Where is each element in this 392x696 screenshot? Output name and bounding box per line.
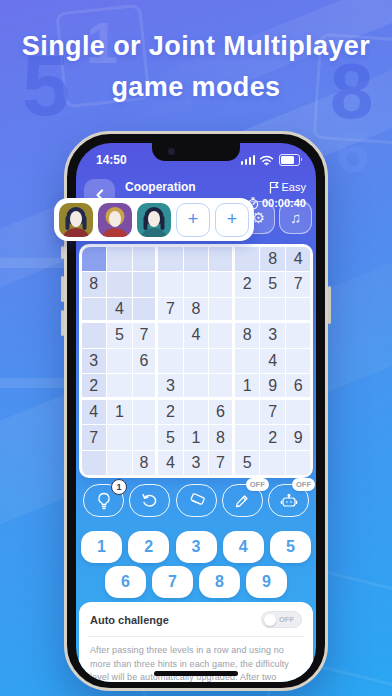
invite-player-button-2[interactable]: +: [215, 203, 249, 237]
sudoku-cell-r5c8[interactable]: 4: [260, 349, 285, 374]
sudoku-cell-r6c8[interactable]: 9: [260, 374, 285, 399]
sudoku-cell-r8c6[interactable]: 8: [209, 425, 234, 450]
sudoku-cell-r8c5[interactable]: 1: [184, 425, 209, 450]
player-avatars: [59, 203, 171, 237]
sudoku-cell-r8c9[interactable]: 9: [286, 425, 311, 450]
power-button: [328, 286, 331, 324]
sudoku-cell-r4c7[interactable]: 8: [235, 323, 260, 348]
bg-digit: 6: [336, 122, 369, 182]
sudoku-cell-r4c4[interactable]: [158, 323, 183, 348]
sudoku-cell-r7c8[interactable]: 7: [260, 400, 285, 425]
sudoku-cell-r1c7[interactable]: [235, 247, 260, 272]
sudoku-cell-r4c3[interactable]: 7: [133, 323, 158, 348]
sudoku-cell-r8c4[interactable]: 5: [158, 425, 183, 450]
divider: [88, 636, 304, 637]
hint-count-badge: 1: [111, 479, 127, 495]
sudoku-cell-r7c5[interactable]: [184, 400, 209, 425]
sudoku-cell-r6c7[interactable]: 1: [235, 374, 260, 399]
sudoku-cell-r5c6[interactable]: [209, 349, 234, 374]
flag-icon: [269, 181, 279, 194]
sudoku-cell-r7c3[interactable]: [133, 400, 158, 425]
mode-title: Cooperation: [125, 179, 247, 195]
sudoku-cell-r9c5[interactable]: 3: [184, 451, 209, 476]
player-1-avatar[interactable]: [59, 203, 93, 237]
num-button-4[interactable]: 4: [223, 531, 264, 563]
sudoku-cell-r4c5[interactable]: 4: [184, 323, 209, 348]
toolbar: 1 OFF OFF: [83, 484, 309, 517]
sudoku-cell-r3c2[interactable]: 4: [107, 298, 132, 323]
sudoku-cell-r1c1[interactable]: [82, 247, 107, 272]
music-note-icon: ♫: [290, 209, 301, 226]
sudoku-cell-r1c4[interactable]: [158, 247, 183, 272]
sudoku-cell-r1c3[interactable]: [133, 247, 158, 272]
sudoku-board: 84825747857483364231964126775182984375: [79, 244, 313, 478]
signal-icon: [241, 155, 256, 165]
sudoku-cell-r8c8[interactable]: 2: [260, 425, 285, 450]
sudoku-cell-r2c9[interactable]: 7: [286, 272, 311, 297]
sudoku-cell-r7c4[interactable]: 2: [158, 400, 183, 425]
robot-icon: [280, 493, 298, 509]
sudoku-cell-r7c7[interactable]: [235, 400, 260, 425]
eraser-icon: [188, 493, 205, 508]
eraser-button[interactable]: [176, 484, 217, 517]
num-button-7[interactable]: 7: [152, 566, 193, 598]
sudoku-grid: 84825747857483364231964126775182984375: [82, 247, 311, 476]
mute-switch: [61, 246, 64, 259]
sudoku-cell-r7c6[interactable]: 6: [209, 400, 234, 425]
invite-player-button[interactable]: +: [176, 203, 210, 237]
num-button-5[interactable]: 5: [270, 531, 311, 563]
sudoku-cell-r3c3[interactable]: [133, 298, 158, 323]
sudoku-cell-r9c6[interactable]: 7: [209, 451, 234, 476]
page-background: 1 5 8 6 Single or Joint Multiplayer game…: [0, 0, 392, 696]
status-time: 14:50: [96, 153, 127, 167]
numpad-row-1: 1 2 3 4 5: [81, 531, 311, 563]
headline-line2: game modes: [0, 67, 392, 108]
volume-down-button: [61, 310, 64, 336]
sudoku-cell-r6c3[interactable]: [133, 374, 158, 399]
camera-dot: [168, 148, 175, 155]
sudoku-cell-r2c5[interactable]: [184, 272, 209, 297]
sudoku-cell-r9c8[interactable]: [260, 451, 285, 476]
sudoku-cell-r1c8[interactable]: 8: [260, 247, 285, 272]
sudoku-cell-r6c2[interactable]: [107, 374, 132, 399]
sudoku-cell-r3c9[interactable]: [286, 298, 311, 323]
player-3-avatar[interactable]: [137, 203, 171, 237]
sudoku-cell-r4c8[interactable]: 3: [260, 323, 285, 348]
player-bar: + +: [54, 198, 254, 241]
battery-icon: [279, 154, 300, 166]
sudoku-cell-r8c2[interactable]: [107, 425, 132, 450]
sudoku-cell-r3c6[interactable]: [209, 298, 234, 323]
sudoku-cell-r8c3[interactable]: [133, 425, 158, 450]
sudoku-cell-r2c7[interactable]: 2: [235, 272, 260, 297]
auto-challenge-toggle[interactable]: OFF: [261, 611, 302, 628]
player-2-avatar[interactable]: [98, 203, 132, 237]
sudoku-cell-r7c1[interactable]: 4: [82, 400, 107, 425]
sudoku-cell-r8c7[interactable]: [235, 425, 260, 450]
sudoku-cell-r3c1[interactable]: [82, 298, 107, 323]
sudoku-cell-r6c4[interactable]: 3: [158, 374, 183, 399]
sudoku-cell-r9c2[interactable]: [107, 451, 132, 476]
sudoku-cell-r4c1[interactable]: [82, 323, 107, 348]
sudoku-cell-r2c4[interactable]: [158, 272, 183, 297]
undo-icon: [141, 493, 158, 508]
sudoku-cell-r9c9[interactable]: [286, 451, 311, 476]
sudoku-cell-r1c5[interactable]: [184, 247, 209, 272]
sudoku-cell-r9c3[interactable]: 8: [133, 451, 158, 476]
sudoku-cell-r2c6[interactable]: [209, 272, 234, 297]
volume-up-button: [61, 276, 64, 302]
num-button-2[interactable]: 2: [128, 531, 169, 563]
sudoku-cell-r7c2[interactable]: 1: [107, 400, 132, 425]
sudoku-cell-r5c5[interactable]: [184, 349, 209, 374]
pencil-button[interactable]: OFF: [222, 484, 263, 517]
music-button[interactable]: ♫: [279, 201, 312, 234]
sudoku-cell-r5c2[interactable]: [107, 349, 132, 374]
pencil-icon: [234, 493, 250, 509]
num-button-3[interactable]: 3: [176, 531, 217, 563]
auto-off-badge: OFF: [292, 478, 315, 491]
sudoku-cell-r4c6[interactable]: [209, 323, 234, 348]
sudoku-cell-r6c1[interactable]: 2: [82, 374, 107, 399]
sudoku-cell-r2c3[interactable]: [133, 272, 158, 297]
sudoku-cell-r4c2[interactable]: 5: [107, 323, 132, 348]
sudoku-cell-r5c1[interactable]: 3: [82, 349, 107, 374]
sudoku-cell-r6c9[interactable]: 6: [286, 374, 311, 399]
num-button-9[interactable]: 9: [246, 566, 287, 598]
home-indicator[interactable]: [154, 671, 238, 676]
auto-fill-button[interactable]: OFF: [268, 484, 309, 517]
phone-notch: [152, 143, 240, 161]
sudoku-cell-r3c4[interactable]: 7: [158, 298, 183, 323]
lightbulb-icon: [97, 492, 111, 510]
sudoku-cell-r3c7[interactable]: [235, 298, 260, 323]
sudoku-cell-r5c4[interactable]: [158, 349, 183, 374]
sudoku-cell-r5c9[interactable]: [286, 349, 311, 374]
num-button-1[interactable]: 1: [81, 531, 122, 563]
sudoku-cell-r5c3[interactable]: 6: [133, 349, 158, 374]
sudoku-cell-r1c6[interactable]: [209, 247, 234, 272]
toggle-off-label: OFF: [279, 615, 294, 624]
auto-challenge-card: Auto challenge OFF After passing three l…: [79, 602, 313, 682]
sudoku-cell-r5c7[interactable]: [235, 349, 260, 374]
hint-button[interactable]: 1: [83, 484, 124, 517]
auto-challenge-title: Auto challenge: [90, 614, 169, 626]
difficulty-badge: Easy: [282, 179, 306, 195]
undo-button[interactable]: [129, 484, 170, 517]
wifi-icon: [259, 155, 274, 166]
sudoku-cell-r9c1[interactable]: [82, 451, 107, 476]
page-title: Single or Joint Multiplayer game modes: [0, 26, 392, 108]
sudoku-cell-r2c2[interactable]: [107, 272, 132, 297]
sudoku-cell-r8c1[interactable]: 7: [82, 425, 107, 450]
sudoku-cell-r4c9[interactable]: [286, 323, 311, 348]
headline-line1: Single or Joint Multiplayer: [0, 26, 392, 67]
sudoku-cell-r2c8[interactable]: 5: [260, 272, 285, 297]
num-button-8[interactable]: 8: [199, 566, 240, 598]
auto-challenge-description: After passing three levels in a row and …: [90, 644, 302, 682]
sudoku-cell-r1c2[interactable]: [107, 247, 132, 272]
sudoku-cell-r6c6[interactable]: [209, 374, 234, 399]
sudoku-cell-r1c9[interactable]: 4: [286, 247, 311, 272]
sudoku-cell-r9c4[interactable]: 4: [158, 451, 183, 476]
sudoku-cell-r2c1[interactable]: 8: [82, 272, 107, 297]
sudoku-cell-r3c5[interactable]: 8: [184, 298, 209, 323]
sudoku-cell-r3c8[interactable]: [260, 298, 285, 323]
numpad-row-2: 6 7 8 9: [76, 566, 316, 598]
sudoku-cell-r6c5[interactable]: [184, 374, 209, 399]
toggle-knob: [264, 614, 276, 626]
pencil-off-badge: OFF: [246, 478, 269, 491]
num-button-6[interactable]: 6: [105, 566, 146, 598]
sudoku-cell-r9c7[interactable]: 5: [235, 451, 260, 476]
sudoku-cell-r7c9[interactable]: [286, 400, 311, 425]
